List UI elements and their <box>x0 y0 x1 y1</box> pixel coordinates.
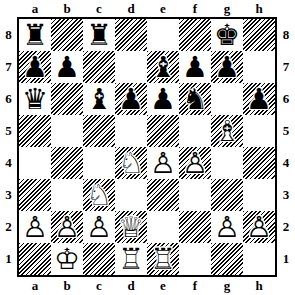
white-pawn[interactable]: ♙ <box>51 210 83 244</box>
file-label-b: b <box>51 278 83 294</box>
rank-label-5: 5 <box>277 115 295 147</box>
rank-labels-right: 87654321 <box>277 17 295 277</box>
white-pawn[interactable]: ♙ <box>147 146 179 180</box>
file-label-e: e <box>147 1 179 17</box>
square-c6[interactable]: ♝ <box>83 83 115 115</box>
square-a2[interactable]: ♟♙ <box>19 211 51 243</box>
file-label-e: e <box>147 278 179 294</box>
file-label-h: h <box>243 278 275 294</box>
square-h5[interactable] <box>243 115 275 147</box>
square-h6[interactable]: ♟ <box>243 83 275 115</box>
corner-bottom-right <box>277 277 295 295</box>
square-d1[interactable]: ♜♖ <box>115 243 147 275</box>
file-label-b: b <box>51 1 83 17</box>
square-b5[interactable] <box>51 115 83 147</box>
rank-label-4: 4 <box>277 147 295 179</box>
square-e5[interactable] <box>147 115 179 147</box>
square-b6[interactable] <box>51 83 83 115</box>
rank-label-2: 2 <box>277 211 295 243</box>
corner-top-left <box>0 0 17 17</box>
file-label-a: a <box>19 278 51 294</box>
square-c5[interactable] <box>83 115 115 147</box>
black-pawn[interactable]: ♟ <box>51 50 83 84</box>
square-b8[interactable] <box>51 19 83 51</box>
black-pawn[interactable]: ♟ <box>179 50 211 84</box>
square-b7[interactable]: ♟ <box>51 51 83 83</box>
square-h1[interactable] <box>243 243 275 275</box>
file-label-c: c <box>83 1 115 17</box>
square-e3[interactable] <box>147 179 179 211</box>
square-h7[interactable] <box>243 51 275 83</box>
square-c4[interactable] <box>83 147 115 179</box>
square-b3[interactable] <box>51 179 83 211</box>
square-b2[interactable]: ♟♙ <box>51 211 83 243</box>
white-pawn[interactable]: ♙ <box>179 146 211 180</box>
file-label-h: h <box>243 1 275 17</box>
square-a7[interactable]: ♟ <box>19 51 51 83</box>
black-pawn[interactable]: ♟ <box>19 50 51 84</box>
square-a8[interactable]: ♜ <box>19 19 51 51</box>
rank-label-6: 6 <box>0 83 17 115</box>
black-bishop[interactable]: ♝ <box>83 82 115 116</box>
square-f1[interactable] <box>179 243 211 275</box>
square-f3[interactable] <box>179 179 211 211</box>
black-pawn[interactable]: ♟ <box>115 82 147 116</box>
square-c3[interactable]: ♞♘ <box>83 179 115 211</box>
square-g8[interactable]: ♚ <box>211 19 243 51</box>
white-king[interactable]: ♔ <box>51 242 83 276</box>
file-label-d: d <box>115 1 147 17</box>
rank-label-4: 4 <box>0 147 17 179</box>
rank-label-1: 1 <box>0 243 17 275</box>
file-label-c: c <box>83 278 115 294</box>
square-d4[interactable]: ♞♘ <box>115 147 147 179</box>
file-labels-top: abcdefgh <box>17 0 277 17</box>
rank-label-7: 7 <box>0 51 17 83</box>
square-d2[interactable]: ♛♕ <box>115 211 147 243</box>
rank-labels-left: 87654321 <box>0 17 17 277</box>
white-bishop[interactable]: ♗ <box>211 114 243 148</box>
square-g7[interactable]: ♟ <box>211 51 243 83</box>
square-h3[interactable] <box>243 179 275 211</box>
square-f4[interactable]: ♟♙ <box>179 147 211 179</box>
white-queen[interactable]: ♕ <box>115 210 147 244</box>
white-pawn[interactable]: ♙ <box>19 210 51 244</box>
file-label-g: g <box>211 1 243 17</box>
square-e7[interactable]: ♝ <box>147 51 179 83</box>
rank-label-3: 3 <box>277 179 295 211</box>
file-labels-bottom: abcdefgh <box>17 277 277 295</box>
rank-label-5: 5 <box>0 115 17 147</box>
square-g5[interactable]: ♝♗ <box>211 115 243 147</box>
black-queen[interactable]: ♛ <box>19 82 51 116</box>
square-c1[interactable] <box>83 243 115 275</box>
square-b4[interactable] <box>51 147 83 179</box>
black-pawn[interactable]: ♟ <box>243 82 275 116</box>
square-d5[interactable] <box>115 115 147 147</box>
square-c8[interactable]: ♜ <box>83 19 115 51</box>
square-c2[interactable]: ♟♙ <box>83 211 115 243</box>
rank-label-8: 8 <box>277 19 295 51</box>
square-g6[interactable] <box>211 83 243 115</box>
rank-label-2: 2 <box>0 211 17 243</box>
square-d3[interactable] <box>115 179 147 211</box>
chess-board: ♜♜♚♟♟♝♟♟♛♝♟♟♞♟♝♗♞♘♟♙♟♙♞♘♟♙♟♙♟♙♛♕♟♙♟♙♚♔♜♖… <box>17 17 277 277</box>
square-e4[interactable]: ♟♙ <box>147 147 179 179</box>
square-f8[interactable] <box>179 19 211 51</box>
white-knight[interactable]: ♘ <box>83 178 115 212</box>
square-a6[interactable]: ♛ <box>19 83 51 115</box>
square-g3[interactable] <box>211 179 243 211</box>
square-e1[interactable]: ♜♖ <box>147 243 179 275</box>
black-pawn[interactable]: ♟ <box>211 50 243 84</box>
rank-label-1: 1 <box>277 243 295 275</box>
white-pawn[interactable]: ♙ <box>211 210 243 244</box>
white-knight[interactable]: ♘ <box>115 146 147 180</box>
square-h8[interactable] <box>243 19 275 51</box>
square-c7[interactable] <box>83 51 115 83</box>
square-d6[interactable]: ♟ <box>115 83 147 115</box>
square-e2[interactable] <box>147 211 179 243</box>
square-f2[interactable] <box>179 211 211 243</box>
white-rook[interactable]: ♖ <box>147 242 179 276</box>
square-f6[interactable]: ♞ <box>179 83 211 115</box>
black-rook[interactable]: ♜ <box>83 18 115 52</box>
square-e6[interactable]: ♟ <box>147 83 179 115</box>
white-pawn[interactable]: ♙ <box>83 210 115 244</box>
rank-label-7: 7 <box>277 51 295 83</box>
square-a5[interactable] <box>19 115 51 147</box>
corner-bottom-left <box>0 277 17 295</box>
square-h2[interactable]: ♟♙ <box>243 211 275 243</box>
square-a4[interactable] <box>19 147 51 179</box>
black-king[interactable]: ♚ <box>211 18 243 52</box>
square-h4[interactable] <box>243 147 275 179</box>
black-bishop[interactable]: ♝ <box>147 50 179 84</box>
white-rook[interactable]: ♖ <box>115 242 147 276</box>
chess-diagram: abcdefgh 87654321 ♜♜♚♟♟♝♟♟♛♝♟♟♞♟♝♗♞♘♟♙♟♙… <box>0 0 295 295</box>
square-g4[interactable] <box>211 147 243 179</box>
rank-label-3: 3 <box>0 179 17 211</box>
square-a3[interactable] <box>19 179 51 211</box>
black-pawn[interactable]: ♟ <box>147 82 179 116</box>
square-g1[interactable] <box>211 243 243 275</box>
square-a1[interactable] <box>19 243 51 275</box>
black-rook[interactable]: ♜ <box>19 18 51 52</box>
square-d7[interactable] <box>115 51 147 83</box>
white-pawn[interactable]: ♙ <box>243 210 275 244</box>
corner-top-right <box>277 0 295 17</box>
rank-label-6: 6 <box>277 83 295 115</box>
file-label-a: a <box>19 1 51 17</box>
square-f5[interactable] <box>179 115 211 147</box>
file-label-f: f <box>179 1 211 17</box>
square-g2[interactable]: ♟♙ <box>211 211 243 243</box>
square-b1[interactable]: ♚♔ <box>51 243 83 275</box>
square-f7[interactable]: ♟ <box>179 51 211 83</box>
black-knight[interactable]: ♞ <box>179 82 211 116</box>
file-label-g: g <box>211 278 243 294</box>
rank-label-8: 8 <box>0 19 17 51</box>
square-d8[interactable] <box>115 19 147 51</box>
file-label-d: d <box>115 278 147 294</box>
file-label-f: f <box>179 278 211 294</box>
square-e8[interactable] <box>147 19 179 51</box>
